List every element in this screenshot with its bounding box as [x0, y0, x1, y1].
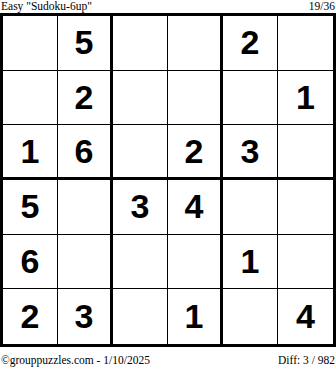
cell-r6c6: 4: [278, 289, 333, 344]
footer: ©grouppuzzles.com - 1/10/2025 Diff: 3 / …: [0, 354, 336, 367]
cell-r6c4: 1: [168, 289, 223, 344]
page-title: Easy "Sudoku-6up": [1, 0, 92, 12]
cell-r4c2[interactable]: [58, 180, 113, 235]
cell-r6c3[interactable]: [113, 289, 168, 344]
cell-r1c3[interactable]: [113, 16, 168, 71]
cell-r1c2: 5: [58, 16, 113, 71]
cell-r2c3[interactable]: [113, 71, 168, 126]
cell-r2c4[interactable]: [168, 71, 223, 126]
cell-r2c1[interactable]: [3, 71, 58, 126]
cell-r5c2[interactable]: [58, 235, 113, 290]
cell-r3c3[interactable]: [113, 125, 168, 180]
cell-r4c3: 3: [113, 180, 168, 235]
cell-r3c2: 6: [58, 125, 113, 180]
difficulty-text: Diff: 3 / 982: [278, 354, 335, 367]
cell-r3c4: 2: [168, 125, 223, 180]
cell-r4c4: 4: [168, 180, 223, 235]
puzzle-page: Easy "Sudoku-6up" 19/36 5221162353461231…: [0, 0, 336, 370]
cell-r4c6[interactable]: [278, 180, 333, 235]
cell-r5c5: 1: [223, 235, 278, 290]
puzzle-counter: 19/36: [309, 0, 335, 12]
cell-r5c4[interactable]: [168, 235, 223, 290]
cell-r2c2: 2: [58, 71, 113, 126]
cell-r3c5: 3: [223, 125, 278, 180]
cell-r1c6[interactable]: [278, 16, 333, 71]
cell-r1c1[interactable]: [3, 16, 58, 71]
cell-r2c5[interactable]: [223, 71, 278, 126]
cell-r3c1: 1: [3, 125, 58, 180]
cell-r5c3[interactable]: [113, 235, 168, 290]
header: Easy "Sudoku-6up" 19/36: [0, 0, 336, 13]
cell-r4c1: 5: [3, 180, 58, 235]
cell-r1c5: 2: [223, 16, 278, 71]
copyright-text: ©grouppuzzles.com - 1/10/2025: [1, 354, 150, 367]
cell-r5c1: 6: [3, 235, 58, 290]
sudoku-board: 52211623534612314: [0, 13, 336, 347]
cell-r2c6: 1: [278, 71, 333, 126]
cell-r6c5[interactable]: [223, 289, 278, 344]
cell-r1c4[interactable]: [168, 16, 223, 71]
cell-r6c2: 3: [58, 289, 113, 344]
cell-r5c6[interactable]: [278, 235, 333, 290]
cell-r4c5[interactable]: [223, 180, 278, 235]
cell-r6c1: 2: [3, 289, 58, 344]
cell-r3c6[interactable]: [278, 125, 333, 180]
